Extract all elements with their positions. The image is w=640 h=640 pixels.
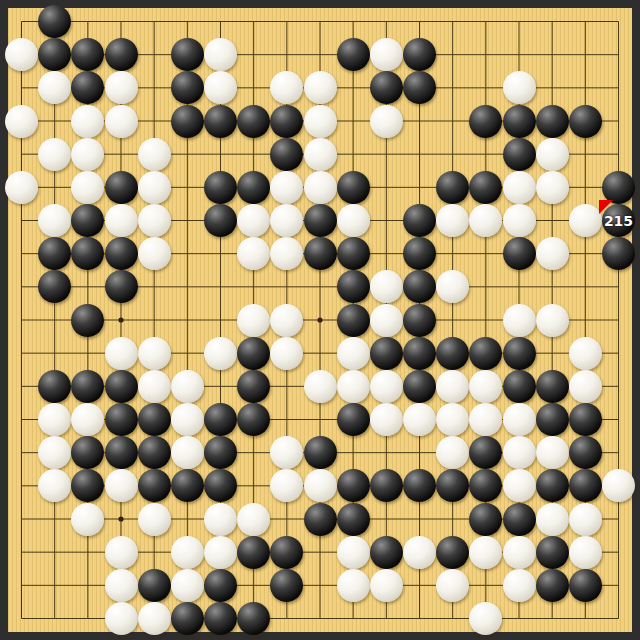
white-stone <box>304 138 337 171</box>
white-stone <box>536 436 569 469</box>
black-stone: 215 <box>602 204 635 237</box>
white-stone <box>503 569 536 602</box>
black-stone <box>337 237 370 270</box>
white-stone <box>503 436 536 469</box>
black-stone <box>536 105 569 138</box>
white-stone <box>171 403 204 436</box>
white-stone <box>403 403 436 436</box>
black-stone <box>337 38 370 71</box>
black-stone <box>536 370 569 403</box>
white-stone <box>138 337 171 370</box>
white-stone <box>569 370 602 403</box>
black-stone <box>270 569 303 602</box>
black-stone <box>436 337 469 370</box>
white-stone <box>270 304 303 337</box>
black-stone <box>569 105 602 138</box>
white-stone <box>138 602 171 635</box>
black-stone <box>337 469 370 502</box>
white-stone <box>38 403 71 436</box>
black-stone <box>503 370 536 403</box>
white-stone <box>403 536 436 569</box>
white-stone <box>105 536 138 569</box>
black-stone <box>337 403 370 436</box>
white-stone <box>370 105 403 138</box>
black-stone <box>536 536 569 569</box>
white-stone <box>105 569 138 602</box>
white-stone <box>5 171 38 204</box>
white-stone <box>105 469 138 502</box>
white-stone <box>71 503 104 536</box>
white-stone <box>204 536 237 569</box>
black-stone <box>105 237 138 270</box>
black-stone <box>171 602 204 635</box>
black-stone <box>469 171 502 204</box>
black-stone <box>403 204 436 237</box>
black-stone <box>171 469 204 502</box>
black-stone <box>270 138 303 171</box>
black-stone <box>270 536 303 569</box>
black-stone <box>237 171 270 204</box>
black-stone <box>337 270 370 303</box>
white-stone <box>171 569 204 602</box>
black-stone <box>370 536 403 569</box>
black-stone <box>171 105 204 138</box>
white-stone <box>138 237 171 270</box>
black-stone <box>138 436 171 469</box>
white-stone <box>370 569 403 602</box>
white-stone <box>569 536 602 569</box>
black-stone <box>270 105 303 138</box>
white-stone <box>503 304 536 337</box>
white-stone <box>436 403 469 436</box>
white-stone <box>237 503 270 536</box>
white-stone <box>105 337 138 370</box>
white-stone <box>171 370 204 403</box>
white-stone <box>138 370 171 403</box>
white-stone <box>337 536 370 569</box>
black-stone <box>337 304 370 337</box>
black-stone <box>469 503 502 536</box>
white-stone <box>304 105 337 138</box>
white-stone <box>337 204 370 237</box>
black-stone <box>105 270 138 303</box>
black-stone <box>38 370 71 403</box>
black-stone <box>105 370 138 403</box>
white-stone <box>204 337 237 370</box>
white-stone <box>138 503 171 536</box>
black-stone <box>204 602 237 635</box>
white-stone <box>138 204 171 237</box>
black-stone <box>171 71 204 104</box>
white-stone <box>270 171 303 204</box>
white-stone <box>503 204 536 237</box>
white-stone <box>71 105 104 138</box>
black-stone <box>503 138 536 171</box>
black-stone <box>38 5 71 38</box>
black-stone <box>237 337 270 370</box>
white-stone <box>569 204 602 237</box>
white-stone <box>569 337 602 370</box>
black-stone <box>237 536 270 569</box>
black-stone <box>370 469 403 502</box>
white-stone <box>237 204 270 237</box>
black-stone <box>469 105 502 138</box>
white-stone <box>469 370 502 403</box>
white-stone <box>171 536 204 569</box>
move-number-label: 215 <box>604 213 633 229</box>
white-stone <box>370 370 403 403</box>
white-stone <box>536 237 569 270</box>
white-stone <box>370 304 403 337</box>
white-stone <box>436 370 469 403</box>
white-stone <box>138 171 171 204</box>
white-stone <box>370 270 403 303</box>
white-stone <box>469 536 502 569</box>
white-stone <box>204 503 237 536</box>
black-stone <box>602 171 635 204</box>
white-stone <box>503 71 536 104</box>
white-stone <box>105 204 138 237</box>
white-stone <box>304 370 337 403</box>
white-stone <box>503 536 536 569</box>
white-stone <box>171 436 204 469</box>
black-stone <box>503 105 536 138</box>
black-stone <box>237 403 270 436</box>
black-stone <box>503 337 536 370</box>
white-stone <box>337 569 370 602</box>
black-stone <box>304 436 337 469</box>
white-stone <box>38 204 71 237</box>
black-stone <box>105 38 138 71</box>
black-stone <box>204 569 237 602</box>
black-stone <box>71 304 104 337</box>
black-stone <box>569 569 602 602</box>
black-stone <box>138 569 171 602</box>
black-stone <box>71 370 104 403</box>
black-stone <box>138 403 171 436</box>
white-stone <box>105 71 138 104</box>
black-stone <box>436 536 469 569</box>
white-stone <box>5 38 38 71</box>
white-stone <box>536 304 569 337</box>
white-stone <box>105 602 138 635</box>
black-stone <box>602 237 635 270</box>
black-stone <box>204 436 237 469</box>
white-stone <box>105 105 138 138</box>
black-stone <box>436 171 469 204</box>
white-stone <box>304 71 337 104</box>
white-stone <box>270 337 303 370</box>
white-stone <box>436 204 469 237</box>
white-stone <box>304 171 337 204</box>
white-stone <box>71 138 104 171</box>
white-stone <box>304 469 337 502</box>
white-stone <box>5 105 38 138</box>
black-stone <box>569 469 602 502</box>
black-stone <box>138 469 171 502</box>
black-stone <box>105 403 138 436</box>
black-stone <box>337 171 370 204</box>
white-stone <box>138 138 171 171</box>
black-stone <box>536 469 569 502</box>
white-stone <box>503 171 536 204</box>
white-stone <box>436 569 469 602</box>
black-stone <box>403 38 436 71</box>
go-app-window: 215 <box>0 0 640 640</box>
black-stone <box>370 71 403 104</box>
black-stone <box>204 171 237 204</box>
white-stone <box>370 38 403 71</box>
white-stone <box>370 403 403 436</box>
black-stone <box>304 503 337 536</box>
white-stone <box>536 138 569 171</box>
black-stone <box>503 237 536 270</box>
black-stone <box>536 569 569 602</box>
black-stone <box>403 337 436 370</box>
black-stone <box>105 171 138 204</box>
black-stone <box>237 602 270 635</box>
black-stone <box>304 237 337 270</box>
white-stone <box>204 38 237 71</box>
white-stone <box>503 469 536 502</box>
white-stone <box>38 138 71 171</box>
black-stone <box>403 370 436 403</box>
black-stone <box>237 105 270 138</box>
white-stone <box>503 403 536 436</box>
black-stone <box>105 436 138 469</box>
white-stone <box>536 171 569 204</box>
black-stone <box>403 237 436 270</box>
black-stone <box>237 370 270 403</box>
black-stone <box>503 503 536 536</box>
white-stone <box>536 503 569 536</box>
white-stone <box>337 337 370 370</box>
white-stone <box>337 370 370 403</box>
white-stone <box>237 304 270 337</box>
black-stone <box>204 105 237 138</box>
black-stone <box>569 403 602 436</box>
black-stone <box>171 38 204 71</box>
black-stone <box>469 337 502 370</box>
black-stone <box>536 403 569 436</box>
white-stone <box>71 171 104 204</box>
black-stone <box>204 403 237 436</box>
black-stone <box>569 436 602 469</box>
white-stone <box>569 503 602 536</box>
black-stone <box>204 204 237 237</box>
black-stone <box>337 503 370 536</box>
black-stone <box>403 304 436 337</box>
black-stone <box>370 337 403 370</box>
black-stone <box>304 204 337 237</box>
